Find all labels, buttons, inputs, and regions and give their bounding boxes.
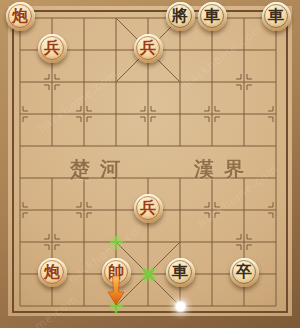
piece-character: 車 — [268, 8, 284, 24]
piece-character: 兵 — [140, 40, 156, 56]
piece-black-chariot[interactable]: 車 — [262, 2, 291, 31]
piece-character: 兵 — [140, 200, 156, 216]
pieces-layer: 炮將車車兵兵兵炮帥車卒 — [0, 0, 300, 328]
piece-character: 帥 — [108, 264, 124, 280]
piece-character: 將 — [172, 8, 188, 24]
piece-character: 車 — [204, 8, 220, 24]
piece-red-soldier[interactable]: 兵 — [134, 194, 163, 223]
piece-red-cannon[interactable]: 炮 — [6, 2, 35, 31]
piece-character: 炮 — [44, 264, 60, 280]
piece-character: 卒 — [236, 264, 252, 280]
piece-character: 炮 — [12, 8, 28, 24]
piece-black-chariot[interactable]: 車 — [166, 258, 195, 287]
piece-red-cannon[interactable]: 炮 — [38, 258, 67, 287]
piece-character: 車 — [172, 264, 188, 280]
last-move-dot — [176, 302, 185, 311]
piece-red-general[interactable]: 帥 — [102, 258, 131, 287]
piece-black-general[interactable]: 將 — [166, 2, 195, 31]
piece-character: 兵 — [44, 40, 60, 56]
piece-red-soldier[interactable]: 兵 — [38, 34, 67, 63]
piece-black-chariot[interactable]: 車 — [198, 2, 227, 31]
piece-red-soldier[interactable]: 兵 — [134, 34, 163, 63]
xiangqi-board[interactable]: hackhome.comhackhome.comhackhome.comhack… — [0, 0, 300, 328]
piece-black-soldier[interactable]: 卒 — [230, 258, 259, 287]
